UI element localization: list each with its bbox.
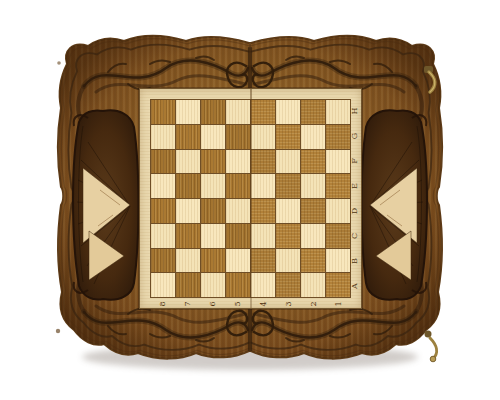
square-g1[interactable] — [326, 125, 350, 149]
square-a1[interactable] — [326, 273, 350, 297]
square-h7[interactable] — [176, 100, 200, 124]
rank-label-4: 4 — [251, 298, 276, 310]
square-c4[interactable] — [251, 224, 275, 248]
file-label-h: H — [349, 99, 361, 124]
rank-label-3: 3 — [276, 298, 301, 310]
square-b8[interactable] — [151, 249, 175, 273]
square-e1[interactable] — [326, 174, 350, 198]
square-f8[interactable] — [151, 150, 175, 174]
square-b2[interactable] — [301, 249, 325, 273]
square-c2[interactable] — [301, 224, 325, 248]
square-f2[interactable] — [301, 150, 325, 174]
square-h6[interactable] — [201, 100, 225, 124]
file-label-a: A — [349, 273, 361, 298]
file-label-g: G — [349, 124, 361, 149]
square-c1[interactable] — [326, 224, 350, 248]
square-c7[interactable] — [176, 224, 200, 248]
rank-label-8: 8 — [150, 298, 175, 310]
square-a8[interactable] — [151, 273, 175, 297]
square-f1[interactable] — [326, 150, 350, 174]
square-h1[interactable] — [326, 100, 350, 124]
square-a2[interactable] — [301, 273, 325, 297]
square-b3[interactable] — [276, 249, 300, 273]
fold-seam-over-board — [250, 89, 252, 308]
square-e8[interactable] — [151, 174, 175, 198]
file-labels-column: HGFEDCBA — [349, 99, 361, 298]
photo-stage: HGFEDCBA 87654321 — [0, 0, 500, 400]
square-e2[interactable] — [301, 174, 325, 198]
square-h4[interactable] — [251, 100, 275, 124]
file-label-b: B — [349, 248, 361, 273]
square-e7[interactable] — [176, 174, 200, 198]
file-label-c: C — [349, 223, 361, 248]
square-d1[interactable] — [326, 199, 350, 223]
rank-label-6: 6 — [200, 298, 225, 310]
square-d4[interactable] — [251, 199, 275, 223]
square-g5[interactable] — [226, 125, 250, 149]
square-g2[interactable] — [301, 125, 325, 149]
square-d5[interactable] — [226, 199, 250, 223]
square-a3[interactable] — [276, 273, 300, 297]
rank-label-2: 2 — [301, 298, 326, 310]
square-h5[interactable] — [226, 100, 250, 124]
square-h8[interactable] — [151, 100, 175, 124]
square-h2[interactable] — [301, 100, 325, 124]
square-a4[interactable] — [251, 273, 275, 297]
square-d6[interactable] — [201, 199, 225, 223]
file-label-f: F — [349, 149, 361, 174]
square-c3[interactable] — [276, 224, 300, 248]
square-g8[interactable] — [151, 125, 175, 149]
square-a5[interactable] — [226, 273, 250, 297]
square-d7[interactable] — [176, 199, 200, 223]
square-c8[interactable] — [151, 224, 175, 248]
square-e5[interactable] — [226, 174, 250, 198]
hinge-pin-bottom-left-icon — [56, 329, 60, 333]
square-e6[interactable] — [201, 174, 225, 198]
square-a7[interactable] — [176, 273, 200, 297]
rank-label-7: 7 — [175, 298, 200, 310]
square-b4[interactable] — [251, 249, 275, 273]
square-f6[interactable] — [201, 150, 225, 174]
square-a6[interactable] — [201, 273, 225, 297]
rank-label-5: 5 — [225, 298, 250, 310]
square-b6[interactable] — [201, 249, 225, 273]
square-h3[interactable] — [276, 100, 300, 124]
square-f3[interactable] — [276, 150, 300, 174]
hinge-pin-top-left-icon — [57, 61, 61, 65]
square-d2[interactable] — [301, 199, 325, 223]
square-f5[interactable] — [226, 150, 250, 174]
square-g3[interactable] — [276, 125, 300, 149]
square-f4[interactable] — [251, 150, 275, 174]
square-c6[interactable] — [201, 224, 225, 248]
square-f7[interactable] — [176, 150, 200, 174]
square-e4[interactable] — [251, 174, 275, 198]
square-g7[interactable] — [176, 125, 200, 149]
square-g6[interactable] — [201, 125, 225, 149]
square-c5[interactable] — [226, 224, 250, 248]
file-label-d: D — [349, 199, 361, 224]
square-b7[interactable] — [176, 249, 200, 273]
rank-label-1: 1 — [326, 298, 351, 310]
chess-board-inset: HGFEDCBA 87654321 — [139, 88, 362, 309]
square-b5[interactable] — [226, 249, 250, 273]
square-e3[interactable] — [276, 174, 300, 198]
file-label-e: E — [349, 174, 361, 199]
clasp-bottom-right-icon — [425, 331, 437, 362]
square-g4[interactable] — [251, 125, 275, 149]
square-d8[interactable] — [151, 199, 175, 223]
square-d3[interactable] — [276, 199, 300, 223]
square-b1[interactable] — [326, 249, 350, 273]
